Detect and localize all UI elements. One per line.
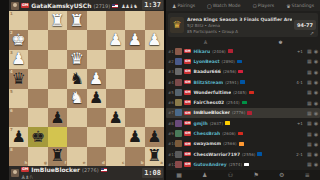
row-player-name[interactable]: Hikaru	[193, 49, 210, 54]
black-pawn-piece[interactable]: ♟	[128, 129, 142, 145]
row-title-badge: GM	[184, 69, 191, 74]
bottom-player-title-badge: GM	[21, 167, 29, 172]
square-a8[interactable]: ♜a	[145, 147, 164, 166]
row-rank: #9	[168, 131, 175, 136]
bottom-player-bar: GM ImBlueBlocker (2776) ♙♗♘ 1:08	[9, 166, 164, 180]
eye-icon[interactable]: ◉	[314, 58, 318, 64]
square-d5[interactable]: ♟	[87, 89, 106, 108]
row-title-badge: GM	[184, 121, 191, 126]
watch-board-icon[interactable]: ▦	[307, 48, 312, 54]
top-player-captured-pieces: ♟♟♝♞	[121, 3, 137, 9]
row-avatar	[175, 151, 182, 158]
row-flag-icon	[239, 142, 244, 146]
square-e7[interactable]	[67, 127, 86, 146]
square-f4[interactable]	[48, 69, 67, 88]
watch-board-icon[interactable]: ▦	[307, 69, 312, 75]
row-player-rating: (2406)	[212, 49, 225, 54]
game-list-row[interactable]: #10GMswayamsm(2566)▦◉	[166, 139, 320, 149]
row-flag-icon	[242, 101, 247, 105]
square-h6[interactable]: 6	[9, 108, 28, 127]
square-d4[interactable]: ♟	[87, 69, 106, 88]
black-knight-piece[interactable]: ♞	[70, 71, 84, 87]
white-pawn-piece[interactable]: ♟	[147, 32, 161, 48]
row-flag-icon	[240, 80, 245, 84]
square-c5[interactable]	[106, 89, 125, 108]
panel-footer-nav: ▦♟⚇⚑⚙≡	[166, 170, 320, 180]
tab-watch-mode[interactable]: ▢Watch Mode	[207, 3, 240, 9]
white-pawn-piece[interactable]: ♟	[108, 32, 122, 48]
row-flag-icon	[244, 163, 249, 167]
row-player-name[interactable]: Baadur666	[193, 69, 221, 74]
share-icon[interactable]: ↗	[310, 30, 314, 36]
bottom-player-avatar[interactable]	[11, 169, 19, 177]
tab-icon: ▢	[207, 3, 212, 9]
row-rank: #1	[168, 49, 175, 54]
row-title-badge: GM	[184, 100, 191, 105]
eye-icon[interactable]: ◉	[314, 120, 318, 126]
row-rank: #7	[168, 110, 175, 115]
game-list-row[interactable]: #7GMImBlueBlocker(2776)▦◉	[166, 108, 320, 118]
row-title-badge: GM	[184, 131, 191, 136]
rank-label: 8	[10, 148, 13, 152]
watch-board-icon[interactable]: ▦	[307, 110, 312, 116]
row-title-badge: GM	[184, 142, 191, 147]
square-h1[interactable]: 1	[9, 11, 28, 30]
black-pawn-piece[interactable]: ♟	[50, 110, 64, 126]
watch-board-icon[interactable]: ▦	[307, 161, 312, 167]
square-g1[interactable]	[28, 11, 47, 30]
row-avatar	[175, 79, 182, 86]
square-h4[interactable]: ♛4	[9, 69, 28, 88]
square-h2[interactable]: ♚2	[9, 30, 28, 49]
file-label: a	[160, 161, 163, 165]
top-player-bar: GM GataKamskyUSCh (2719) ♟♟♝♞ 1:37	[9, 0, 164, 11]
square-a5[interactable]	[145, 89, 164, 108]
square-b4[interactable]	[125, 69, 144, 88]
event-title: Arena Kings Season 3 Finals Qualifier Ar…	[187, 17, 292, 22]
square-e4[interactable]: ♞	[67, 69, 86, 88]
top-player-flag-icon	[112, 4, 118, 8]
row-title-badge: GM	[184, 49, 191, 54]
game-list-row[interactable]: #3GMBaadur666(2656)▦◉	[166, 67, 320, 77]
black-king-piece[interactable]: ♚	[31, 129, 45, 145]
square-a6[interactable]	[145, 108, 164, 127]
event-subtitle-2: 85 Participants • Group A	[187, 29, 292, 34]
file-label: c	[122, 161, 124, 165]
row-flag-icon	[237, 60, 242, 64]
panel-tab-bar: ♟Pairings▢Watch Mode⚇Players♛Standings	[166, 0, 320, 11]
eye-icon[interactable]: ◉	[314, 89, 318, 95]
row-player-name[interactable]: ChessBrah	[193, 131, 220, 136]
square-g7[interactable]: ♚	[28, 127, 47, 146]
square-b1[interactable]	[125, 11, 144, 30]
row-player-name[interactable]: Wonderfultime	[193, 90, 231, 95]
square-a4[interactable]	[145, 69, 164, 88]
square-a2[interactable]: ♟	[145, 30, 164, 49]
pawn-icon[interactable]: ♟	[202, 170, 207, 180]
event-subtitle-1: 5|2 Blitz • Arena	[187, 23, 292, 28]
square-b5[interactable]	[125, 89, 144, 108]
row-player-name[interactable]: gmjlh	[193, 121, 207, 126]
row-score: 4-1	[296, 80, 303, 85]
square-d1[interactable]	[87, 11, 106, 30]
game-list-row[interactable]: #4GMBlitzStream(2591)4-1▦◉	[166, 77, 320, 87]
row-player-rating: (2776)	[232, 110, 245, 115]
row-rank: #2	[168, 59, 175, 64]
row-player-name[interactable]: swayamsm	[193, 141, 221, 146]
event-side-panel: ♟Pairings▢Watch Mode⚇Players♛Standings ♛…	[166, 0, 320, 180]
row-player-rating: (2544)	[226, 100, 239, 105]
tab-icon: ♟	[172, 3, 176, 9]
row-rank: #11	[168, 152, 175, 157]
row-flag-icon	[228, 49, 233, 53]
game-list-row[interactable]: #9GMChessBrah(2606)▦◉	[166, 128, 320, 138]
square-g4[interactable]	[28, 69, 47, 88]
square-h8[interactable]: 8h	[9, 147, 28, 166]
game-list-row[interactable]: #5GMWonderfultime(2485)▦◉	[166, 87, 320, 97]
row-avatar	[175, 58, 182, 65]
row-player-rating: (2890)	[222, 59, 235, 64]
black-pawn-piece[interactable]: ♟	[89, 90, 103, 106]
game-list-row[interactable]: #12GMGutovAndrey(2574)▦◉	[166, 159, 320, 169]
left-letterbox-strip	[0, 0, 9, 180]
row-player-name[interactable]: BlitzStream	[193, 80, 223, 85]
square-d2[interactable]	[87, 30, 106, 49]
menu-icon[interactable]: ≡	[305, 170, 310, 180]
square-f6[interactable]: ♟	[48, 108, 67, 127]
rank-label: 7	[10, 128, 13, 132]
row-title-badge: GM	[184, 59, 191, 64]
eye-icon[interactable]: ◉	[314, 131, 318, 137]
event-score: 94-77	[294, 20, 316, 30]
row-flag-icon	[238, 132, 243, 136]
row-avatar	[175, 99, 182, 106]
watch-board-icon[interactable]: ▦	[307, 131, 312, 137]
tab-standings[interactable]: ♛Standings	[286, 3, 314, 9]
row-flag-icon	[247, 111, 252, 115]
row-player-name[interactable]: ChessWarrior7197	[193, 152, 240, 157]
bottom-player-name[interactable]: ImBlueBlocker	[31, 166, 80, 173]
eye-icon[interactable]: ◉	[314, 79, 318, 85]
row-rank: #12	[168, 162, 175, 167]
eye-icon[interactable]: ◉	[314, 48, 318, 54]
event-card[interactable]: ♛ Arena Kings Season 3 Finals Qualifier …	[168, 13, 318, 37]
game-list-row[interactable]: #1GMHikaru(2406)+1▦◉	[166, 46, 320, 56]
flag-icon[interactable]: ⚑	[253, 170, 258, 180]
row-rank: #5	[168, 90, 175, 95]
row-avatar	[175, 161, 182, 168]
row-player-rating: (2656)	[223, 69, 236, 74]
row-avatar	[175, 140, 182, 147]
square-f5[interactable]	[48, 89, 67, 108]
watch-board-icon[interactable]: ▦	[307, 120, 312, 126]
square-a7[interactable]: ♟	[145, 127, 164, 146]
square-f8[interactable]: ♜f	[48, 147, 67, 166]
file-label: b	[141, 161, 144, 165]
square-g6[interactable]	[28, 108, 47, 127]
square-d6[interactable]	[87, 108, 106, 127]
white-queen-piece[interactable]: ♛	[70, 51, 84, 67]
list-header-piece-icon: ♙	[203, 39, 207, 45]
file-label: d	[102, 161, 105, 165]
black-pawn-piece[interactable]: ♟	[147, 129, 161, 145]
row-title-badge: GM	[184, 162, 191, 167]
square-g8[interactable]: g	[28, 147, 47, 166]
square-a3[interactable]	[145, 50, 164, 69]
square-b8[interactable]: b	[125, 147, 144, 166]
bottom-player-rating: (2776)	[82, 167, 99, 173]
top-player-name[interactable]: GataKamskyUSCh	[31, 2, 91, 9]
square-c2[interactable]: ♟	[106, 30, 125, 49]
tab-icon: ♛	[286, 3, 290, 9]
rank-label: 4	[10, 70, 13, 74]
row-flag-icon	[225, 121, 230, 125]
tab-icon: ⚇	[252, 3, 256, 9]
row-avatar	[175, 130, 182, 137]
row-player-rating: (2574)	[229, 162, 242, 167]
bottom-player-flag-icon	[101, 168, 107, 172]
screenshot-stage: GM GataKamskyUSCh (2719) ♟♟♝♞ 1:37 1♜♜♚2…	[0, 0, 320, 180]
top-player-clock: 1:37	[142, 0, 163, 10]
square-g3[interactable]	[28, 50, 47, 69]
black-rook-piece[interactable]: ♜	[50, 148, 64, 164]
row-player-rating: (2606)	[222, 131, 235, 136]
square-d7[interactable]	[87, 127, 106, 146]
rank-label: 3	[10, 51, 13, 55]
row-player-name[interactable]: GutovAndrey	[193, 162, 226, 167]
square-c3[interactable]	[106, 50, 125, 69]
row-player-rating: (2485)	[233, 90, 246, 95]
black-pawn-piece[interactable]: ♟	[12, 129, 26, 145]
black-pawn-piece[interactable]: ♟	[108, 110, 122, 126]
square-b3[interactable]	[125, 50, 144, 69]
eye-icon[interactable]: ◉	[314, 100, 318, 106]
square-h5[interactable]: 5	[9, 89, 28, 108]
row-player-name[interactable]: ImBlueBlocker	[193, 110, 229, 115]
square-b7[interactable]: ♟	[125, 127, 144, 146]
game-list-row[interactable]: #2GMLyonBeast(2890)▦◉	[166, 56, 320, 66]
row-avatar	[175, 48, 182, 55]
square-g2[interactable]	[28, 30, 47, 49]
watch-board-icon[interactable]: ▦	[307, 79, 312, 85]
row-score: 2-1	[296, 152, 303, 157]
black-queen-piece[interactable]: ♛	[12, 71, 26, 87]
eye-icon[interactable]: ◉	[314, 161, 318, 167]
square-d8[interactable]: d	[87, 147, 106, 166]
row-avatar	[175, 68, 182, 75]
white-rook-piece[interactable]: ♜	[50, 13, 64, 29]
square-f1[interactable]: ♜	[48, 11, 67, 30]
watch-board-icon[interactable]: ▦	[307, 89, 312, 95]
top-player-avatar[interactable]	[11, 2, 19, 10]
row-player-rating: (2637)	[210, 121, 223, 126]
row-title-badge: GM	[184, 90, 191, 95]
square-e2[interactable]	[67, 30, 86, 49]
game-list-header: ♙♚	[168, 39, 318, 45]
square-b6[interactable]	[125, 108, 144, 127]
game-list-row[interactable]: #11GMChessWarrior7197(2556)2-1▦◉	[166, 149, 320, 159]
game-list: #1GMHikaru(2406)+1▦◉#2GMLyonBeast(2890)▦…	[166, 46, 320, 170]
eye-icon[interactable]: ◉	[314, 110, 318, 116]
chess-board[interactable]: 1♜♜♚2♟♟♟♟3♛♛4♞♟5♞♟6♟♟♟7♚♟♟8hg♜fedcb♜a	[9, 11, 164, 166]
bottom-player-clock: 1:08	[142, 168, 163, 178]
eye-icon[interactable]: ◉	[314, 69, 318, 75]
row-player-name[interactable]: LyonBeast	[193, 59, 219, 64]
square-c6[interactable]: ♟	[106, 108, 125, 127]
white-king-piece[interactable]: ♚	[12, 32, 26, 48]
game-list-row[interactable]: #6GMFairChess02(2544)▦◉	[166, 97, 320, 107]
square-e5[interactable]: ♞	[67, 89, 86, 108]
row-rank: #6	[168, 100, 175, 105]
eye-icon[interactable]: ◉	[314, 141, 318, 147]
file-label: e	[83, 161, 86, 165]
square-e3[interactable]: ♛	[67, 50, 86, 69]
square-f7[interactable]	[48, 127, 67, 146]
row-player-name[interactable]: FairChess02	[193, 100, 224, 105]
tab-label: Players	[258, 3, 274, 8]
white-pawn-piece[interactable]: ♟	[12, 51, 26, 67]
square-d3[interactable]	[87, 50, 106, 69]
square-h3[interactable]: ♟3	[9, 50, 28, 69]
row-avatar	[175, 120, 182, 127]
tab-players[interactable]: ⚇Players	[252, 3, 274, 9]
square-e6[interactable]	[67, 108, 86, 127]
square-f2[interactable]	[48, 30, 67, 49]
list-header-piece-icon: ♚	[278, 39, 282, 45]
white-rook-piece[interactable]: ♜	[70, 13, 84, 29]
rank-label: 2	[10, 31, 13, 35]
tab-label: Standings	[292, 3, 314, 8]
row-rank: #10	[168, 141, 175, 146]
watch-board-icon[interactable]: ▦	[307, 58, 312, 64]
tab-pairings[interactable]: ♟Pairings	[172, 3, 195, 9]
row-flag-icon	[249, 91, 254, 95]
friends-icon[interactable]: ⚇	[228, 170, 233, 180]
row-avatar	[175, 109, 182, 116]
white-pawn-piece[interactable]: ♟	[89, 71, 103, 87]
row-rank: #3	[168, 69, 175, 74]
square-e1[interactable]: ♜	[67, 11, 86, 30]
file-label: f	[64, 161, 66, 165]
white-knight-piece[interactable]: ♞	[70, 90, 84, 106]
square-a1[interactable]	[145, 11, 164, 30]
tab-label: Pairings	[177, 3, 195, 8]
row-player-rating: (2566)	[223, 141, 236, 146]
square-g5[interactable]	[28, 89, 47, 108]
file-label: g	[44, 161, 47, 165]
watch-board-icon[interactable]: ▦	[307, 141, 312, 147]
row-title-badge: GM	[184, 111, 191, 116]
file-label: h	[25, 161, 28, 165]
square-c7[interactable]	[106, 127, 125, 146]
square-h7[interactable]: ♟7	[9, 127, 28, 146]
row-rank: #8	[168, 121, 175, 126]
eye-icon[interactable]: ◉	[314, 151, 318, 157]
row-rank: #4	[168, 80, 175, 85]
row-player-rating: (2556)	[242, 152, 255, 157]
row-title-badge: GM	[184, 80, 191, 85]
rank-label: 5	[10, 90, 13, 94]
rank-label: 1	[10, 12, 13, 16]
game-list-row[interactable]: #8GMgmjlh(2637)+1▦◉	[166, 118, 320, 128]
row-title-badge: GM	[184, 152, 191, 157]
square-b2[interactable]: ♟	[125, 30, 144, 49]
top-player-rating: (2719)	[94, 3, 111, 9]
square-f3[interactable]	[48, 50, 67, 69]
rank-label: 6	[10, 109, 13, 113]
row-avatar	[175, 89, 182, 96]
board-icon[interactable]: ▦	[176, 170, 182, 180]
row-flag-icon	[257, 152, 262, 156]
white-pawn-piece[interactable]: ♟	[128, 32, 142, 48]
top-player-title-badge: GM	[21, 3, 29, 8]
settings-icon[interactable]: ⚙	[279, 170, 284, 180]
row-score: +1	[297, 49, 303, 54]
square-e8[interactable]: e	[67, 147, 86, 166]
watch-board-icon[interactable]: ▦	[307, 151, 312, 157]
square-c8[interactable]: c	[106, 147, 125, 166]
event-crest-icon: ♛	[170, 17, 184, 33]
row-player-rating: (2591)	[225, 80, 238, 85]
watch-board-icon[interactable]: ▦	[307, 100, 312, 106]
row-flag-icon	[238, 70, 243, 74]
row-score: +1	[297, 121, 303, 126]
tab-label: Watch Mode	[213, 3, 241, 8]
square-c1[interactable]	[106, 11, 125, 30]
square-c4[interactable]	[106, 69, 125, 88]
bottom-player-captured-pieces: ♙♗♘	[21, 174, 33, 180]
